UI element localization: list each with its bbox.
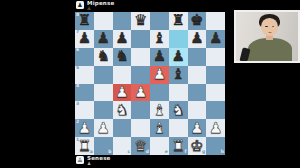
square-b3[interactable] <box>94 101 113 119</box>
square-h4[interactable] <box>206 84 225 102</box>
square-g3[interactable] <box>188 101 207 119</box>
square-f4[interactable] <box>169 84 188 102</box>
streamer-eye-left <box>265 26 268 27</box>
square-d6[interactable] <box>131 48 150 66</box>
square-d2[interactable] <box>131 119 150 137</box>
square-e1[interactable]: e <box>150 137 169 155</box>
square-e7[interactable]: ♝ <box>150 30 169 48</box>
piece-black-king: ♚ <box>190 13 203 28</box>
square-b7[interactable]: ♟ <box>94 30 113 48</box>
square-a4[interactable]: 4 <box>75 84 94 102</box>
square-f3[interactable]: ♞ <box>169 101 188 119</box>
square-b1[interactable]: b <box>94 137 113 155</box>
top-player-captured-pieces: ♙ <box>87 7 91 12</box>
square-a8[interactable]: ♜8 <box>75 12 94 30</box>
bottom-player-bar: ♙ Senese ♟ <box>75 155 225 168</box>
piece-black-bishop: ♝ <box>171 67 184 82</box>
square-e3[interactable]: ♝ <box>150 101 169 119</box>
square-g4[interactable] <box>188 84 207 102</box>
square-f5[interactable]: ♝ <box>169 66 188 84</box>
square-a3[interactable]: 3 <box>75 101 94 119</box>
piece-white-pawn: ♟ <box>78 121 91 136</box>
piece-white-queen: ♛ <box>134 139 147 154</box>
bottom-player-avatar: ♙ <box>76 156 84 164</box>
piece-white-bishop: ♝ <box>153 121 166 136</box>
square-c6[interactable]: ♞ <box>113 48 132 66</box>
square-f6[interactable]: ♟ <box>169 48 188 66</box>
square-g1[interactable]: ♚g <box>188 137 207 155</box>
piece-white-pawn: ♟ <box>190 121 203 136</box>
square-f1[interactable]: ♜f <box>169 137 188 155</box>
square-b4[interactable] <box>94 84 113 102</box>
coordinate-file-a: a <box>90 150 93 155</box>
square-e6[interactable]: ♟ <box>150 48 169 66</box>
coordinate-rank-2: 2 <box>76 120 79 125</box>
square-f2[interactable] <box>169 119 188 137</box>
streamer-shirt <box>248 38 292 62</box>
piece-white-king: ♚ <box>190 139 203 154</box>
coordinate-rank-5: 5 <box>76 66 79 71</box>
video-frame: ♟ Mipense ♙ ♜8♛♜♚♟7♟♟♝♟♟6♞♞♟♟5♟♝4♟♟3♞♝♞♟… <box>0 0 300 168</box>
coordinate-file-e: e <box>165 150 168 155</box>
piece-black-pawn: ♟ <box>96 31 109 46</box>
piece-white-rook: ♜ <box>171 139 184 154</box>
streamer-face <box>261 18 278 36</box>
coordinate-rank-3: 3 <box>76 102 79 107</box>
coordinate-rank-6: 6 <box>76 48 79 53</box>
square-a7[interactable]: ♟7 <box>75 30 94 48</box>
square-b5[interactable] <box>94 66 113 84</box>
top-player-avatar: ♟ <box>76 1 84 9</box>
square-f8[interactable]: ♜ <box>169 12 188 30</box>
square-e8[interactable] <box>150 12 169 30</box>
piece-white-pawn: ♟ <box>209 121 222 136</box>
square-b8[interactable] <box>94 12 113 30</box>
square-h1[interactable]: h <box>206 137 225 155</box>
coordinate-rank-4: 4 <box>76 84 79 89</box>
bottom-player-captured-pieces: ♟ <box>87 162 91 167</box>
coordinate-rank-8: 8 <box>76 13 79 18</box>
coordinate-file-b: b <box>108 150 111 155</box>
piece-black-queen: ♛ <box>134 13 147 28</box>
streamer-eye-right <box>272 26 275 27</box>
square-d4[interactable]: ♟ <box>131 84 150 102</box>
piece-white-knight: ♞ <box>115 103 128 118</box>
piece-black-pawn: ♟ <box>190 31 203 46</box>
square-c5[interactable] <box>113 66 132 84</box>
piece-white-pawn: ♟ <box>115 85 128 100</box>
square-e5[interactable]: ♟ <box>150 66 169 84</box>
square-h3[interactable] <box>206 101 225 119</box>
square-c8[interactable] <box>113 12 132 30</box>
square-g6[interactable] <box>188 48 207 66</box>
piece-white-knight: ♞ <box>171 103 184 118</box>
streamer-webcam <box>234 10 300 63</box>
coordinate-rank-1: 1 <box>76 138 79 143</box>
piece-black-pawn: ♟ <box>209 31 222 46</box>
piece-black-knight: ♞ <box>115 49 128 64</box>
square-c4[interactable]: ♟ <box>113 84 132 102</box>
piece-white-bishop: ♝ <box>153 103 166 118</box>
square-c1[interactable]: c <box>113 137 132 155</box>
square-e2[interactable]: ♝ <box>150 119 169 137</box>
coordinate-file-d: d <box>146 150 149 155</box>
piece-black-knight: ♞ <box>96 49 109 64</box>
square-b2[interactable]: ♟ <box>94 119 113 137</box>
piece-black-pawn: ♟ <box>153 49 166 64</box>
square-d1[interactable]: ♛d <box>131 137 150 155</box>
piece-black-pawn: ♟ <box>171 49 184 64</box>
square-h8[interactable] <box>206 12 225 30</box>
square-a1[interactable]: ♜1a <box>75 137 94 155</box>
square-e4[interactable] <box>150 84 169 102</box>
piece-black-pawn: ♟ <box>78 31 91 46</box>
square-c7[interactable]: ♟ <box>113 30 132 48</box>
square-d3[interactable] <box>131 101 150 119</box>
square-h2[interactable]: ♟ <box>206 119 225 137</box>
piece-black-rook: ♜ <box>78 13 91 28</box>
coordinate-file-f: f <box>185 150 187 155</box>
square-a6[interactable]: 6 <box>75 48 94 66</box>
chess-board: ♜8♛♜♚♟7♟♟♝♟♟6♞♞♟♟5♟♝4♟♟3♞♝♞♟2♟♝♟♟♜1abc♛d… <box>75 12 225 155</box>
square-a5[interactable]: 5 <box>75 66 94 84</box>
square-g2[interactable]: ♟ <box>188 119 207 137</box>
streamer-mouth <box>268 32 272 33</box>
coordinate-file-c: c <box>128 150 131 155</box>
piece-black-rook: ♜ <box>171 13 184 28</box>
square-g7[interactable]: ♟ <box>188 30 207 48</box>
coordinate-file-g: g <box>202 150 205 155</box>
coordinate-file-h: h <box>221 150 224 155</box>
square-g8[interactable]: ♚ <box>188 12 207 30</box>
square-c2[interactable] <box>113 119 132 137</box>
square-b6[interactable]: ♞ <box>94 48 113 66</box>
square-a2[interactable]: ♟2 <box>75 119 94 137</box>
square-d5[interactable] <box>131 66 150 84</box>
coordinate-rank-7: 7 <box>76 30 79 35</box>
square-h7[interactable]: ♟ <box>206 30 225 48</box>
square-h5[interactable] <box>206 66 225 84</box>
top-player-bar: ♟ Mipense ♙ <box>75 0 225 11</box>
square-c3[interactable]: ♞ <box>113 101 132 119</box>
piece-white-pawn: ♟ <box>134 85 147 100</box>
square-d8[interactable]: ♛ <box>131 12 150 30</box>
piece-black-pawn: ♟ <box>115 31 128 46</box>
piece-white-pawn: ♟ <box>96 121 109 136</box>
piece-white-rook: ♜ <box>78 139 91 154</box>
square-h6[interactable] <box>206 48 225 66</box>
square-g5[interactable] <box>188 66 207 84</box>
square-d7[interactable] <box>131 30 150 48</box>
square-f7[interactable] <box>169 30 188 48</box>
piece-white-pawn: ♟ <box>153 67 166 82</box>
top-player-name: Mipense <box>87 1 114 7</box>
piece-black-bishop: ♝ <box>153 31 166 46</box>
